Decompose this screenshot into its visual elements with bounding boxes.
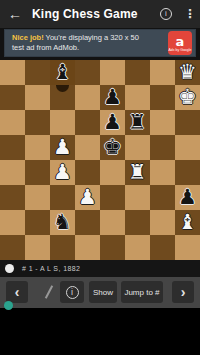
black-rook[interactable]: ♜ [125,110,150,135]
square-d2[interactable] [75,210,100,235]
ad-text: Nice job! You're displaying a 320 x 50 t… [8,33,168,53]
square-d1[interactable] [75,235,100,260]
square-b7[interactable] [25,85,50,110]
square-g6[interactable] [150,110,175,135]
square-e5[interactable]: ♚ [100,135,125,160]
pencil-slash-icon[interactable] [45,285,53,298]
black-king[interactable]: ♚ [100,135,125,160]
screen: ← King Chess Game i ⋮ Nice job! You're d… [0,0,200,355]
show-button[interactable]: Show [89,281,117,303]
ad-banner[interactable]: Nice job! You're displaying a 320 x 50 t… [4,29,196,57]
square-g1[interactable] [150,235,175,260]
app-bar: ← King Chess Game i ⋮ [0,0,200,28]
square-a5[interactable] [0,135,25,160]
square-e1[interactable] [100,235,125,260]
square-b3[interactable] [25,185,50,210]
square-h6[interactable] [175,110,200,135]
overflow-menu-icon[interactable]: ⋮ [184,7,192,21]
square-g7[interactable] [150,85,175,110]
square-a1[interactable] [0,235,25,260]
ad-banner-area: Nice job! You're displaying a 320 x 50 t… [0,28,200,60]
square-b4[interactable] [25,160,50,185]
square-f2[interactable] [125,210,150,235]
square-c1[interactable] [50,235,75,260]
square-g2[interactable] [150,210,175,235]
white-pawn[interactable]: ♟ [75,185,100,210]
white-pawn[interactable]: ♟ [50,135,75,160]
square-b2[interactable] [25,210,50,235]
square-b6[interactable] [25,110,50,135]
puzzle-label: # 1 - A L S, 1882 [22,265,80,272]
square-f8[interactable] [125,60,150,85]
square-c4[interactable]: ♟ [50,160,75,185]
chevron-right-icon: › [181,282,186,302]
back-icon[interactable]: ← [8,6,24,22]
square-d6[interactable] [75,110,100,135]
square-h7[interactable]: ♚ [175,85,200,110]
white-status-dot [5,264,14,273]
square-f1[interactable] [125,235,150,260]
next-move-button[interactable]: › [172,281,194,303]
square-b1[interactable] [25,235,50,260]
jump-to-button[interactable]: Jump to # [121,281,163,303]
white-bishop[interactable]: ♝ [175,210,200,235]
black-pawn[interactable]: ♟ [100,85,125,110]
admob-logo[interactable]: a Ads by Google [168,31,192,55]
white-pawn[interactable]: ♟ [50,160,75,185]
page-title: King Chess Game [32,7,160,21]
square-c6[interactable] [50,110,75,135]
square-a7[interactable] [0,85,25,110]
white-king[interactable]: ♚ [175,85,200,110]
square-a3[interactable] [0,185,25,210]
square-h5[interactable] [175,135,200,160]
square-c2[interactable]: ♞ [50,210,75,235]
square-c7[interactable] [50,85,75,110]
square-a2[interactable] [0,210,25,235]
square-e4[interactable] [100,160,125,185]
admob-a-icon: a [176,35,185,48]
square-g5[interactable] [150,135,175,160]
chess-board[interactable]: ♝♛♟♚♟♜♟♚♟♜♟♟♞♝ [0,60,200,260]
square-a6[interactable] [0,110,25,135]
android-nav-area [0,308,200,355]
black-pawn[interactable]: ♟ [175,185,200,210]
square-c8[interactable]: ♝ [50,60,75,85]
square-g3[interactable] [150,185,175,210]
square-e8[interactable] [100,60,125,85]
prev-move-button[interactable]: ‹ [6,281,28,303]
square-h4[interactable] [175,160,200,185]
square-g4[interactable] [150,160,175,185]
square-f3[interactable] [125,185,150,210]
square-a8[interactable] [0,60,25,85]
ad-line1: You're displaying a 320 x 50 [44,33,139,42]
square-b8[interactable] [25,60,50,85]
square-b5[interactable] [25,135,50,160]
square-c5[interactable]: ♟ [50,135,75,160]
white-queen[interactable]: ♛ [175,60,200,85]
square-d7[interactable] [75,85,100,110]
status-row: # 1 - A L S, 1882 [0,260,200,277]
controls-bar: ‹ i Show Jump to # › [0,277,200,308]
square-e2[interactable] [100,210,125,235]
info-circle-icon: i [66,286,79,299]
square-g8[interactable] [150,60,175,85]
square-f7[interactable] [125,85,150,110]
square-e7[interactable]: ♟ [100,85,125,110]
show-button-label: Show [93,288,113,297]
square-e3[interactable] [100,185,125,210]
square-d8[interactable] [75,60,100,85]
info-button[interactable]: i [60,281,84,303]
jump-button-label: Jump to # [124,288,159,297]
square-h8[interactable]: ♛ [175,60,200,85]
black-bishop[interactable]: ♝ [50,60,75,85]
square-h1[interactable] [175,235,200,260]
white-rook[interactable]: ♜ [125,160,150,185]
black-knight[interactable]: ♞ [50,210,75,235]
info-icon[interactable]: i [160,8,172,20]
square-a4[interactable] [0,160,25,185]
chevron-left-icon: ‹ [15,282,20,302]
ad-line2: test ad from AdMob. [12,43,79,52]
square-c3[interactable] [50,185,75,210]
square-d5[interactable] [75,135,100,160]
square-d3[interactable]: ♟ [75,185,100,210]
black-pawn[interactable]: ♟ [100,110,125,135]
square-f4[interactable]: ♜ [125,160,150,185]
square-h2[interactable]: ♝ [175,210,200,235]
admob-caption: Ads by Google [169,48,192,52]
ad-highlight-text: Nice job! [12,33,44,42]
engine-status-dot [4,301,13,310]
square-f6[interactable]: ♜ [125,110,150,135]
square-e6[interactable]: ♟ [100,110,125,135]
square-f5[interactable] [125,135,150,160]
square-d4[interactable] [75,160,100,185]
square-h3[interactable]: ♟ [175,185,200,210]
piece-shadow [56,85,69,92]
